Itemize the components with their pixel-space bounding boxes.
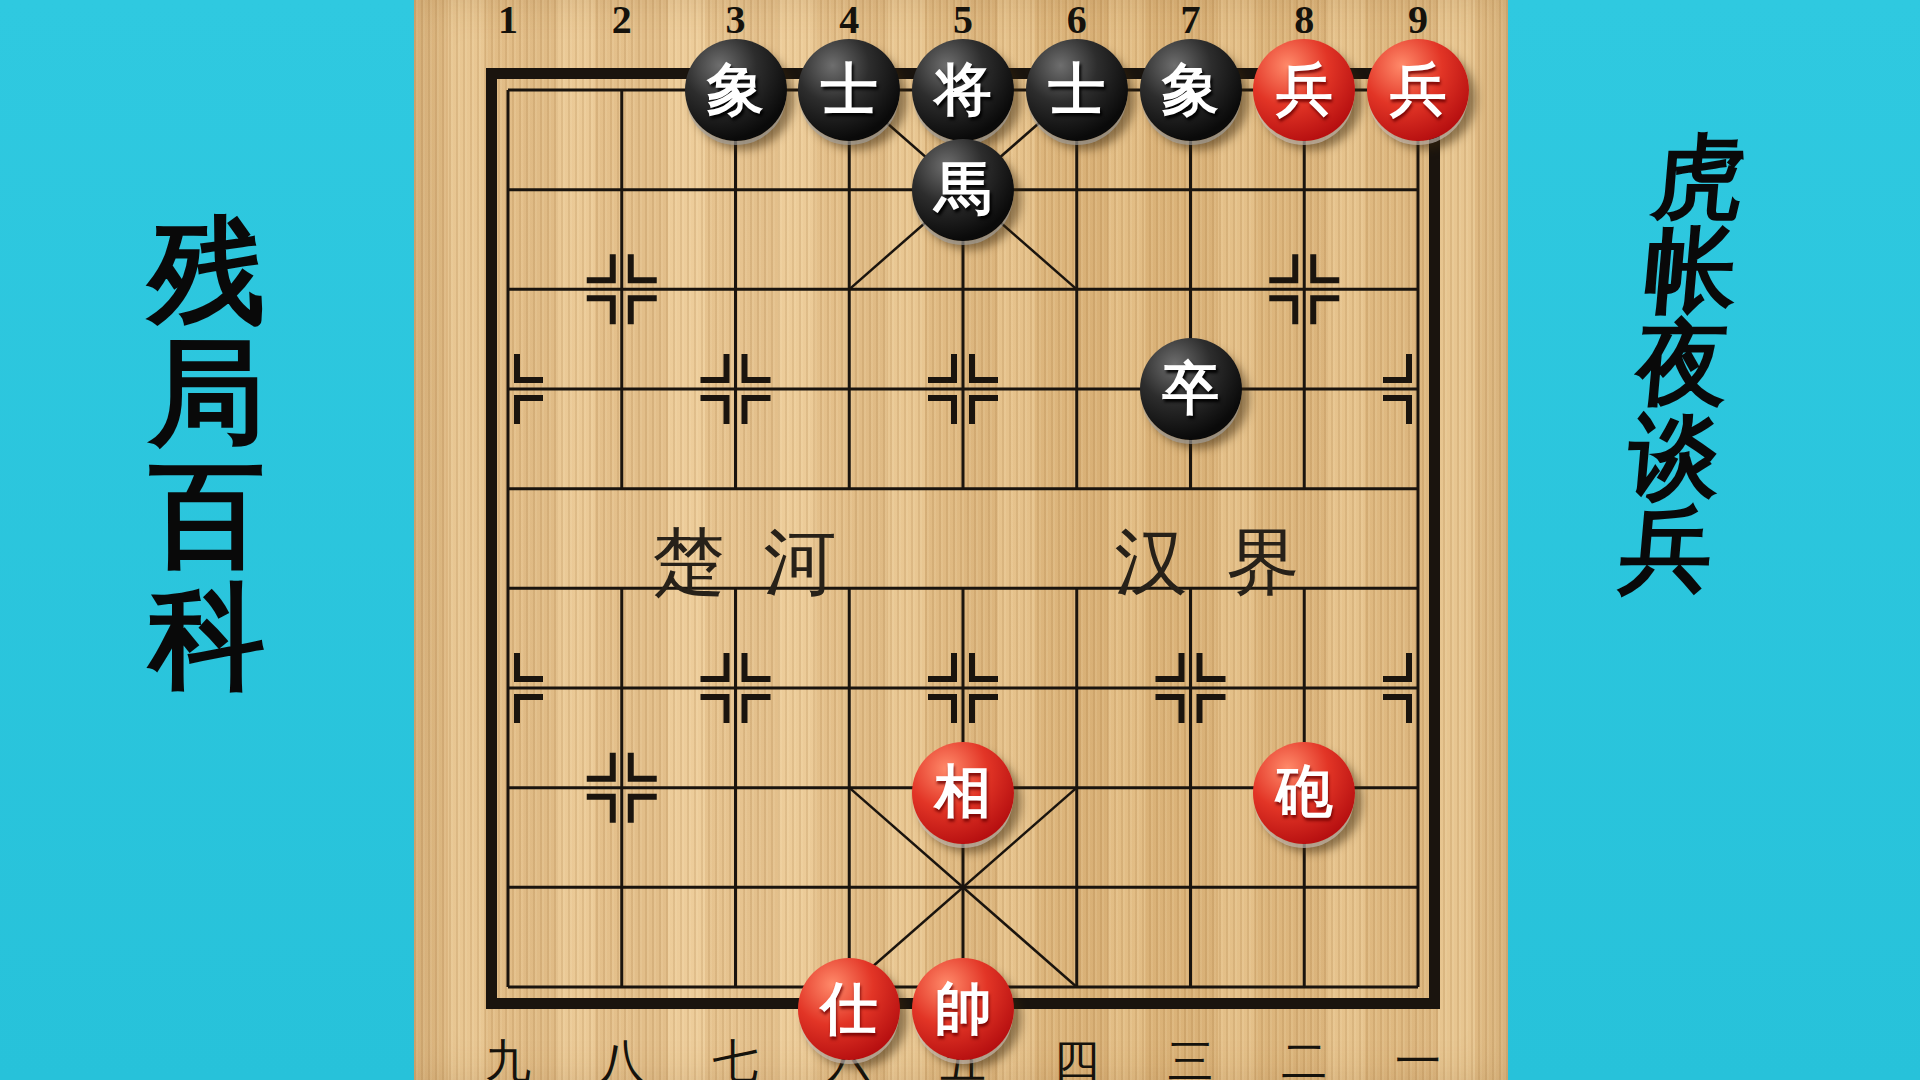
top-coordinate-label: 3 <box>706 0 766 42</box>
piece-black-馬[interactable]: 馬 <box>912 139 1014 241</box>
river-text-char: 河 <box>755 521 845 605</box>
bottom-coordinate-label: 四 <box>1047 1036 1107 1080</box>
piece-black-象[interactable]: 象 <box>1140 39 1242 141</box>
caption-char: 谈 <box>1611 410 1737 503</box>
caption-char: 夜 <box>1620 317 1746 410</box>
top-coordinate-label: 5 <box>933 0 993 42</box>
top-coordinate-label: 4 <box>819 0 879 42</box>
top-coordinate-label: 1 <box>478 0 538 42</box>
bottom-coordinate-label: 九 <box>478 1036 538 1080</box>
river-text-char: 汉 <box>1106 521 1196 605</box>
caption-char: 科 <box>137 576 277 698</box>
piece-red-砲[interactable]: 砲 <box>1253 742 1355 844</box>
piece-black-卒[interactable]: 卒 <box>1140 338 1242 440</box>
bottom-coordinate-label: 八 <box>592 1036 652 1080</box>
top-coordinate-label: 8 <box>1274 0 1334 42</box>
piece-black-士[interactable]: 士 <box>798 39 900 141</box>
top-coordinate-label: 2 <box>592 0 652 42</box>
caption-char: 局 <box>137 332 277 454</box>
caption-char: 虎 <box>1636 131 1762 224</box>
bottom-coordinate-label: 一 <box>1388 1036 1448 1080</box>
piece-red-相[interactable]: 相 <box>912 742 1014 844</box>
piece-red-兵[interactable]: 兵 <box>1367 39 1469 141</box>
top-coordinate-label: 9 <box>1388 0 1448 42</box>
piece-black-将[interactable]: 将 <box>912 39 1014 141</box>
caption-left-endgame-encyclopedia: 残局百科 <box>137 210 277 698</box>
piece-red-兵[interactable]: 兵 <box>1253 39 1355 141</box>
top-coordinate-label: 6 <box>1047 0 1107 42</box>
bottom-coordinate-label: 二 <box>1274 1036 1334 1080</box>
caption-char: 帐 <box>1628 224 1754 317</box>
piece-black-象[interactable]: 象 <box>685 39 787 141</box>
piece-red-帥[interactable]: 帥 <box>912 958 1014 1060</box>
caption-char: 残 <box>137 210 277 332</box>
river-text-char: 界 <box>1218 521 1308 605</box>
bottom-coordinate-label: 三 <box>1161 1036 1221 1080</box>
piece-red-仕[interactable]: 仕 <box>798 958 900 1060</box>
caption-char: 百 <box>137 454 277 576</box>
river-text-char: 楚 <box>644 521 734 605</box>
caption-char: 兵 <box>1603 503 1729 596</box>
top-coordinate-label: 7 <box>1161 0 1221 42</box>
screenshot-stage: 123456789九八七六五四三二一楚河汉界 象士将士象兵兵馬卒相砲仕帥 残局百… <box>0 0 1920 1080</box>
caption-right-series-title: 虎帐夜谈兵 <box>1603 131 1762 596</box>
piece-black-士[interactable]: 士 <box>1026 39 1128 141</box>
bottom-coordinate-label: 七 <box>706 1036 766 1080</box>
